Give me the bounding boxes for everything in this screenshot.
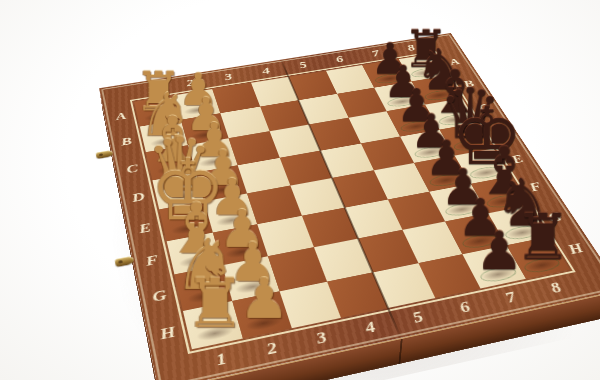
chess-board: ABCDEFGH ABCDEFGH 12345678 12345678 ♜♟♟♜… [99,33,600,380]
black-pawn[interactable]: ♟ [475,227,523,275]
square-h7[interactable]: ♟ [462,245,525,288]
black-rook[interactable]: ♜ [515,208,572,265]
white-rook[interactable]: ♜ [184,273,245,334]
photo-backdrop: ABCDEFGH ABCDEFGH 12345678 12345678 ♜♟♟♜… [0,0,600,380]
square-h1[interactable]: ♜ [183,301,242,350]
white-pawn[interactable]: ♟ [239,274,289,324]
